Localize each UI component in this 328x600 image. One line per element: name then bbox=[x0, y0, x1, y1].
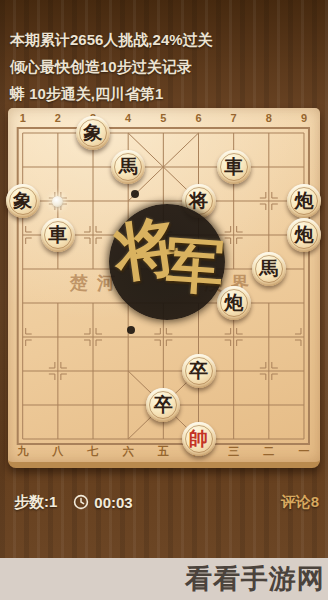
timer: 00:03 bbox=[73, 494, 132, 511]
file-label-bottom: 六 bbox=[123, 444, 134, 459]
piece-glyph: 象 bbox=[6, 184, 40, 218]
piece-black-炮[interactable]: 炮 bbox=[217, 286, 251, 320]
piece-black-車[interactable]: 車 bbox=[41, 218, 75, 252]
file-label-bottom: 九 bbox=[17, 444, 28, 459]
file-label-top: 8 bbox=[266, 112, 272, 124]
piece-glyph: 車 bbox=[217, 150, 251, 184]
file-label-top: 6 bbox=[195, 112, 201, 124]
piece-glyph: 炮 bbox=[287, 218, 321, 252]
comments-button[interactable]: 评论8 bbox=[281, 493, 319, 512]
timer-value: 00:03 bbox=[94, 494, 132, 511]
watermark-strip: 看看手游网 bbox=[0, 558, 328, 600]
status-bar: 步数:1 00:03 评论8 bbox=[0, 490, 328, 514]
file-label-top: 9 bbox=[301, 112, 307, 124]
file-label-top: 2 bbox=[55, 112, 61, 124]
piece-red-帥[interactable]: 帥 bbox=[182, 422, 216, 456]
clock-icon bbox=[73, 494, 89, 510]
file-label-top: 4 bbox=[125, 112, 131, 124]
piece-glyph: 馬 bbox=[111, 150, 145, 184]
piece-black-馬[interactable]: 馬 bbox=[111, 150, 145, 184]
file-label-top: 1 bbox=[20, 112, 26, 124]
piece-glyph: 車 bbox=[41, 218, 75, 252]
piece-black-馬[interactable]: 馬 bbox=[252, 252, 286, 286]
piece-black-象[interactable]: 象 bbox=[6, 184, 40, 218]
last-move-marker bbox=[52, 196, 63, 207]
piece-glyph: 卒 bbox=[146, 388, 180, 422]
xiangqi-app-screen: 本期累计2656人挑战,24%过关 倾心最快创造10步过关记录 蟒 10步通关,… bbox=[0, 0, 328, 600]
piece-black-車[interactable]: 車 bbox=[217, 150, 251, 184]
record-line: 倾心最快创造10步过关记录 bbox=[10, 53, 213, 80]
piece-black-卒[interactable]: 卒 bbox=[146, 388, 180, 422]
piece-glyph: 将 bbox=[182, 184, 216, 218]
file-label-bottom: 三 bbox=[228, 444, 239, 459]
top-player-line: 蟒 10步通关,四川省第1 bbox=[10, 80, 213, 107]
file-label-top: 7 bbox=[231, 112, 237, 124]
file-label-bottom: 八 bbox=[52, 444, 63, 459]
xiangqi-board[interactable]: 123456789 九八七六五四三二一 楚河 漢界 象馬車象将炮車炮馬炮卒卒帥 … bbox=[8, 108, 320, 468]
file-label-bottom: 二 bbox=[263, 444, 274, 459]
file-label-top: 5 bbox=[160, 112, 166, 124]
piece-glyph: 炮 bbox=[217, 286, 251, 320]
piece-black-将[interactable]: 将 bbox=[182, 184, 216, 218]
file-label-bottom: 一 bbox=[298, 444, 309, 459]
piece-glyph: 象 bbox=[76, 116, 110, 150]
piece-glyph: 帥 bbox=[182, 422, 216, 456]
watermark-text: 看看手游网 bbox=[185, 561, 325, 597]
file-label-bottom: 五 bbox=[158, 444, 169, 459]
challenge-header: 本期累计2656人挑战,24%过关 倾心最快创造10步过关记录 蟒 10步通关,… bbox=[10, 26, 213, 107]
river-label-left: 楚河 bbox=[70, 271, 124, 295]
step-counter: 步数:1 bbox=[14, 493, 57, 512]
piece-black-象[interactable]: 象 bbox=[76, 116, 110, 150]
piece-glyph: 馬 bbox=[252, 252, 286, 286]
piece-glyph: 卒 bbox=[182, 354, 216, 388]
piece-glyph: 炮 bbox=[287, 184, 321, 218]
piece-black-卒[interactable]: 卒 bbox=[182, 354, 216, 388]
challenge-stats-line: 本期累计2656人挑战,24%过关 bbox=[10, 26, 213, 53]
piece-black-炮[interactable]: 炮 bbox=[287, 184, 321, 218]
file-label-bottom: 七 bbox=[88, 444, 99, 459]
piece-black-炮[interactable]: 炮 bbox=[287, 218, 321, 252]
